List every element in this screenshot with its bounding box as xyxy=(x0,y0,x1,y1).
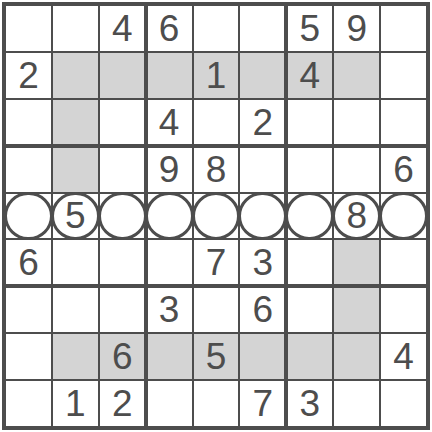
cell-r2c3[interactable] xyxy=(100,53,145,98)
cell-r6c8[interactable] xyxy=(334,240,379,285)
cell-r3c6[interactable]: 2 xyxy=(240,100,285,145)
given-digit: 6 xyxy=(159,10,180,47)
cell-r2c9[interactable] xyxy=(381,53,426,98)
cell-r2c4[interactable] xyxy=(147,53,192,98)
cell-r3c3[interactable] xyxy=(100,100,145,145)
given-digit: 7 xyxy=(206,244,227,281)
cell-r9c5[interactable] xyxy=(194,381,239,426)
cell-r9c3[interactable]: 2 xyxy=(100,381,145,426)
cell-r6c5[interactable]: 7 xyxy=(194,240,239,285)
cell-r6c9[interactable] xyxy=(381,240,426,285)
circle-mark xyxy=(4,192,53,241)
given-digit: 5 xyxy=(206,338,227,375)
given-digit: 1 xyxy=(65,385,86,422)
given-digit: 6 xyxy=(18,244,39,281)
cell-r8c1[interactable] xyxy=(6,334,51,379)
cell-r4c7[interactable] xyxy=(287,147,332,192)
cell-r9c9[interactable] xyxy=(381,381,426,426)
cell-r8c3[interactable]: 6 xyxy=(100,334,145,379)
cell-r4c9[interactable]: 6 xyxy=(381,147,426,192)
cell-r4c5[interactable]: 8 xyxy=(194,147,239,192)
cell-r7c6[interactable]: 6 xyxy=(240,287,285,332)
circle-mark xyxy=(145,192,194,241)
cell-r4c2[interactable] xyxy=(53,147,98,192)
cell-r2c5[interactable]: 1 xyxy=(194,53,239,98)
given-digit: 9 xyxy=(346,10,367,47)
cell-r9c2[interactable]: 1 xyxy=(53,381,98,426)
given-digit: 4 xyxy=(159,104,180,141)
cell-r3c2[interactable] xyxy=(53,100,98,145)
cell-r4c4[interactable]: 9 xyxy=(147,147,192,192)
given-digit: 4 xyxy=(393,338,414,375)
cell-r5c3[interactable] xyxy=(100,194,145,239)
thick-horizontal-line-1 xyxy=(6,144,426,148)
cell-r7c2[interactable] xyxy=(53,287,98,332)
cell-r1c6[interactable] xyxy=(240,6,285,51)
given-digit: 3 xyxy=(253,244,274,281)
cell-r2c8[interactable] xyxy=(334,53,379,98)
cell-r8c7[interactable] xyxy=(287,334,332,379)
given-digit: 5 xyxy=(65,197,86,234)
cell-r5c9[interactable] xyxy=(381,194,426,239)
cell-r3c1[interactable] xyxy=(6,100,51,145)
cell-r6c7[interactable] xyxy=(287,240,332,285)
cell-r9c4[interactable] xyxy=(147,381,192,426)
cell-r2c7[interactable]: 4 xyxy=(287,53,332,98)
given-digit: 3 xyxy=(159,291,180,328)
given-digit: 5 xyxy=(299,10,320,47)
given-digit: 8 xyxy=(206,151,227,188)
circle-mark xyxy=(285,192,334,241)
cell-r8c4[interactable] xyxy=(147,334,192,379)
cell-r7c1[interactable] xyxy=(6,287,51,332)
cell-r6c6[interactable]: 3 xyxy=(240,240,285,285)
given-digit: 6 xyxy=(393,151,414,188)
given-digit: 6 xyxy=(253,291,274,328)
cell-r4c3[interactable] xyxy=(100,147,145,192)
cell-r4c1[interactable] xyxy=(6,147,51,192)
given-digit: 4 xyxy=(112,10,133,47)
puzzle-frame: 46592144298658673366541273 xyxy=(0,0,432,432)
circle-mark xyxy=(379,192,428,241)
cell-r7c4[interactable]: 3 xyxy=(147,287,192,332)
cell-r9c1[interactable] xyxy=(6,381,51,426)
cell-r6c1[interactable]: 6 xyxy=(6,240,51,285)
cell-r6c3[interactable] xyxy=(100,240,145,285)
given-digit: 2 xyxy=(112,385,133,422)
cell-r2c2[interactable] xyxy=(53,53,98,98)
cell-r9c7[interactable]: 3 xyxy=(287,381,332,426)
cell-r1c5[interactable] xyxy=(194,6,239,51)
cell-r2c1[interactable]: 2 xyxy=(6,53,51,98)
cell-r9c6[interactable]: 7 xyxy=(240,381,285,426)
given-digit: 2 xyxy=(253,104,274,141)
given-digit: 6 xyxy=(112,338,133,375)
given-digit: 2 xyxy=(18,57,39,94)
cell-r7c9[interactable] xyxy=(381,287,426,332)
cell-r1c3[interactable]: 4 xyxy=(100,6,145,51)
cell-r7c8[interactable] xyxy=(334,287,379,332)
circle-mark xyxy=(192,192,241,241)
given-digit: 8 xyxy=(346,197,367,234)
cell-r3c9[interactable] xyxy=(381,100,426,145)
given-digit: 1 xyxy=(206,57,227,94)
cell-r1c8[interactable]: 9 xyxy=(334,6,379,51)
cell-r8c2[interactable] xyxy=(53,334,98,379)
cell-r4c8[interactable] xyxy=(334,147,379,192)
cell-r1c4[interactable]: 6 xyxy=(147,6,192,51)
cell-r5c4[interactable] xyxy=(147,194,192,239)
cell-r8c9[interactable]: 4 xyxy=(381,334,426,379)
cell-r3c7[interactable] xyxy=(287,100,332,145)
cell-r1c7[interactable]: 5 xyxy=(287,6,332,51)
given-digit: 9 xyxy=(159,151,180,188)
cell-r4c6[interactable] xyxy=(240,147,285,192)
cell-r3c8[interactable] xyxy=(334,100,379,145)
cell-r1c9[interactable] xyxy=(381,6,426,51)
cell-r7c7[interactable] xyxy=(287,287,332,332)
thick-horizontal-line-2 xyxy=(6,284,426,288)
given-digit: 3 xyxy=(299,385,320,422)
cell-r3c4[interactable]: 4 xyxy=(147,100,192,145)
sudoku-board: 46592144298658673366541273 xyxy=(2,2,430,430)
thick-vertical-line-1 xyxy=(144,6,148,426)
cell-r5c8[interactable]: 8 xyxy=(334,194,379,239)
circle-mark xyxy=(238,192,287,241)
cell-r8c8[interactable] xyxy=(334,334,379,379)
given-digit: 4 xyxy=(299,57,320,94)
cell-r8c5[interactable]: 5 xyxy=(194,334,239,379)
cell-r8c6[interactable] xyxy=(240,334,285,379)
cell-r1c2[interactable] xyxy=(53,6,98,51)
cell-r2c6[interactable] xyxy=(240,53,285,98)
thick-vertical-line-2 xyxy=(284,6,288,426)
cell-r6c4[interactable] xyxy=(147,240,192,285)
cell-r7c5[interactable] xyxy=(194,287,239,332)
cell-r7c3[interactable] xyxy=(100,287,145,332)
cell-r5c2[interactable]: 5 xyxy=(53,194,98,239)
cell-r3c5[interactable] xyxy=(194,100,239,145)
cell-r1c1[interactable] xyxy=(6,6,51,51)
cell-r5c5[interactable] xyxy=(194,194,239,239)
cell-r5c1[interactable] xyxy=(6,194,51,239)
cell-r5c6[interactable] xyxy=(240,194,285,239)
cell-r5c7[interactable] xyxy=(287,194,332,239)
given-digit: 7 xyxy=(253,385,274,422)
circle-mark xyxy=(98,192,147,241)
cell-r9c8[interactable] xyxy=(334,381,379,426)
cell-r6c2[interactable] xyxy=(53,240,98,285)
